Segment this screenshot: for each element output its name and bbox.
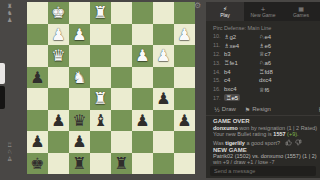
tab-play[interactable]: ⚡ Play: [206, 2, 244, 21]
move-black[interactable]: ♕c7: [259, 50, 271, 57]
square[interactable]: [27, 110, 48, 132]
move-number: 16.: [213, 86, 224, 92]
move-black[interactable]: ♕f6: [259, 86, 269, 93]
white-pawn: ♟: [48, 24, 69, 46]
rating-delta: (+9).: [286, 131, 299, 137]
black-pawn: ♟: [27, 67, 48, 89]
move-row: 16.bxc4♕f6: [206, 85, 320, 94]
flag-icon: ⚑: [245, 106, 250, 113]
divider: [206, 115, 320, 116]
move-number: 13.: [213, 60, 224, 66]
game-over-header: GAME OVER: [213, 118, 250, 124]
move-white[interactable]: c4: [224, 77, 259, 83]
new-rating: 1557: [273, 131, 285, 137]
square[interactable]: [111, 2, 132, 24]
square[interactable]: ♟: [69, 24, 90, 46]
gear-icon[interactable]: ⚙: [194, 1, 201, 10]
chat-input[interactable]: Send a message: [210, 166, 316, 176]
draw-button[interactable]: ½ Draw: [214, 106, 236, 113]
move-number: 11.: [213, 42, 224, 48]
square[interactable]: ♚: [27, 153, 48, 175]
square[interactable]: [48, 67, 69, 89]
white-knight: ♞: [69, 67, 90, 89]
square[interactable]: [69, 88, 90, 110]
app-window: ♜♞♟ ♖♘♙ ♚♜♟♟♟♛♟♟♟♞♜♟♟♛♝♟♟♟♟♚♜♜ ⚙ ⚡ Play …: [0, 0, 320, 180]
square[interactable]: ♟: [174, 24, 195, 46]
new-game-odds: win +9 / draw +1 / lose -7: [213, 159, 274, 165]
square[interactable]: [132, 2, 153, 24]
white-king: ♚: [48, 2, 69, 24]
square[interactable]: ♜: [69, 153, 90, 175]
thumbs-down-icon[interactable]: [295, 139, 302, 146]
lightning-icon: ⚡: [223, 5, 227, 12]
white-pawn: ♟: [69, 24, 90, 46]
resign-label: Resign: [252, 106, 271, 112]
square[interactable]: [48, 153, 69, 175]
square[interactable]: [174, 88, 195, 110]
sportsmanship-line: Was tigerlily a good sport?: [213, 139, 302, 146]
black-pawn: ♟: [48, 110, 69, 132]
square[interactable]: [27, 88, 48, 110]
move-row: 10.♗g2♘e4: [206, 32, 320, 41]
grid-icon: ▦: [298, 5, 304, 12]
chess-board[interactable]: ♚♜♟♟♟♛♟♟♟♞♜♟♟♛♝♟♟♟♟♚♜♜: [27, 2, 195, 174]
square[interactable]: [111, 88, 132, 110]
square[interactable]: ♜: [90, 88, 111, 110]
black-pawn: ♟: [132, 110, 153, 132]
square[interactable]: [111, 45, 132, 67]
square[interactable]: ♟: [153, 45, 174, 67]
white-pawn: ♟: [174, 24, 195, 46]
move-number: 12.: [213, 51, 224, 57]
action-bar: ½ Draw ⚑ Resign |◀: [206, 104, 320, 114]
move-white[interactable]: b4: [224, 69, 259, 75]
square[interactable]: [132, 24, 153, 46]
opening-name: Pirc Defense: Main Line: [213, 25, 271, 31]
square[interactable]: [111, 67, 132, 89]
move-white[interactable]: ♖e5: [224, 94, 240, 101]
square[interactable]: [90, 67, 111, 89]
captured-pieces-top: ♜♞♟: [7, 3, 12, 23]
white-rook: ♜: [90, 2, 111, 24]
square[interactable]: [153, 2, 174, 24]
move-row: 12.b3♕c7: [206, 50, 320, 59]
draw-label: Draw: [222, 106, 236, 112]
opponent-name: tigerlily: [225, 140, 245, 146]
square[interactable]: ♟: [69, 131, 90, 153]
rating-line: Your new Bullet rating is 1557 (+9).: [213, 131, 299, 137]
square[interactable]: ♛: [48, 45, 69, 67]
black-pawn: ♟: [27, 131, 48, 153]
plus-icon: +: [260, 5, 265, 12]
square[interactable]: ♟: [153, 88, 174, 110]
move-black[interactable]: ♗e6: [259, 42, 271, 49]
black-queen: ♛: [69, 110, 90, 132]
move-white[interactable]: b3: [224, 51, 259, 57]
thumbs-up-icon[interactable]: [285, 139, 292, 146]
move-black[interactable]: dxc4: [259, 77, 272, 83]
captured-piece-icon: ♟: [7, 17, 12, 23]
black-bishop: ♝: [90, 110, 111, 132]
side-panel: ⚡ Play + New Game ▦ Games Pirc Defense: …: [206, 2, 320, 178]
move-row: 17.♖e5: [206, 94, 320, 103]
half-point-icon: ½: [214, 106, 220, 113]
tab-bar: ⚡ Play + New Game ▦ Games: [206, 2, 320, 21]
white-pawn: ♟: [153, 45, 174, 67]
move-row: 15.c4dxc4: [206, 76, 320, 85]
black-pawn: ♟: [69, 131, 90, 153]
black-pawn: ♟: [153, 88, 174, 110]
square[interactable]: ♟: [132, 45, 153, 67]
square[interactable]: [27, 45, 48, 67]
move-black[interactable]: ♖fd8: [259, 68, 273, 75]
square[interactable]: ♟: [48, 24, 69, 46]
square[interactable]: ♟: [48, 110, 69, 132]
move-list: 10.♗g2♘e411.♗xe4♗e612.b3♕c713.♖fe1♘a614.…: [206, 32, 320, 102]
square[interactable]: [174, 45, 195, 67]
black-rook: ♜: [69, 153, 90, 175]
square[interactable]: [174, 131, 195, 153]
side-toggle-black[interactable]: [0, 86, 5, 109]
square[interactable]: ♟: [132, 110, 153, 132]
square[interactable]: [132, 131, 153, 153]
black-pawn: ♟: [174, 110, 195, 132]
move-black[interactable]: ♘a6: [259, 59, 271, 66]
black-king: ♚: [27, 153, 48, 175]
square[interactable]: ♚: [48, 2, 69, 24]
tab-games-label: Games: [293, 13, 309, 18]
square[interactable]: [174, 67, 195, 89]
square[interactable]: [174, 2, 195, 24]
move-white[interactable]: ♗g2: [224, 33, 259, 40]
square[interactable]: ♟: [27, 131, 48, 153]
square[interactable]: ♝: [90, 110, 111, 132]
square[interactable]: [90, 24, 111, 46]
move-number: 17.: [213, 95, 224, 101]
square[interactable]: [132, 67, 153, 89]
white-pawn: ♟: [132, 45, 153, 67]
square[interactable]: [153, 24, 174, 46]
square[interactable]: [153, 131, 174, 153]
captured-piece-icon: ♙: [7, 156, 12, 162]
square[interactable]: [111, 131, 132, 153]
square[interactable]: ♟: [27, 67, 48, 89]
square[interactable]: ♜: [111, 153, 132, 175]
square[interactable]: ♜: [90, 2, 111, 24]
square[interactable]: [48, 88, 69, 110]
square[interactable]: [48, 131, 69, 153]
move-number: 15.: [213, 77, 224, 83]
square[interactable]: [153, 153, 174, 175]
sport-suffix: a good sport?: [245, 140, 280, 146]
square[interactable]: ♟: [174, 110, 195, 132]
rating-prefix: Your new Bullet rating is: [213, 131, 273, 137]
square[interactable]: [132, 153, 153, 175]
square[interactable]: [153, 110, 174, 132]
move-white[interactable]: bxc4: [224, 86, 259, 92]
square[interactable]: ♛: [69, 110, 90, 132]
square[interactable]: [174, 153, 195, 175]
white-rook: ♜: [90, 88, 111, 110]
square[interactable]: [69, 45, 90, 67]
tab-play-label: Play: [220, 13, 230, 18]
tab-new-game-label: New Game: [250, 13, 275, 18]
move-number: 10.: [213, 33, 224, 39]
move-black[interactable]: ♘e4: [259, 33, 271, 40]
move-white[interactable]: ♖fe1: [224, 59, 259, 66]
square[interactable]: [153, 67, 174, 89]
black-rook: ♜: [111, 153, 132, 175]
white-queen: ♛: [48, 45, 69, 67]
tab-games[interactable]: ▦ Games: [282, 2, 320, 21]
tab-new-game[interactable]: + New Game: [244, 2, 282, 21]
square[interactable]: ♞: [69, 67, 90, 89]
captured-pieces-bottom: ♖♘♙: [7, 142, 12, 162]
square[interactable]: [111, 110, 132, 132]
square[interactable]: [90, 45, 111, 67]
side-toggle-white[interactable]: [0, 63, 5, 84]
resign-button[interactable]: ⚑ Resign: [245, 106, 271, 113]
move-white[interactable]: ♗xe4: [224, 42, 259, 49]
move-number: 14.: [213, 69, 224, 75]
square[interactable]: [27, 2, 48, 24]
move-row: 13.♖fe1♘a6: [206, 58, 320, 67]
square[interactable]: [69, 2, 90, 24]
square[interactable]: [111, 24, 132, 46]
square[interactable]: [90, 131, 111, 153]
square[interactable]: [90, 153, 111, 175]
square[interactable]: [27, 24, 48, 46]
square[interactable]: [132, 88, 153, 110]
move-row: 14.b4♖fd8: [206, 67, 320, 76]
move-row: 11.♗xe4♗e6: [206, 41, 320, 50]
sport-prefix: Was: [213, 140, 225, 146]
